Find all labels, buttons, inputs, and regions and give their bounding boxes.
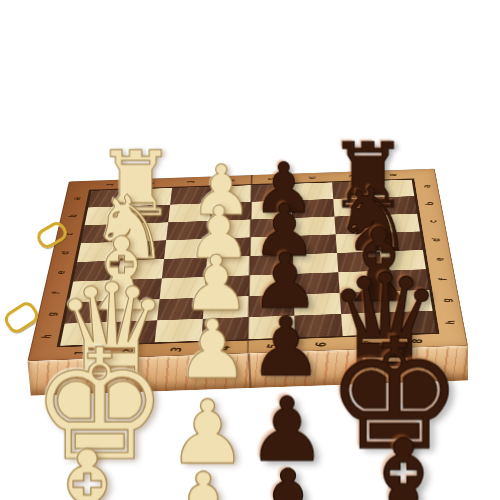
piece-white-pawn-f2: ♟ — [161, 460, 245, 500]
piece-black-pawn-f7: ♟ — [245, 458, 329, 500]
product-photo: 12345678 12345678 abcdefgh abcdefgh ♜♟♟♜… — [0, 0, 500, 500]
piece-black-pawn-d7: ♟ — [249, 306, 322, 388]
board-pieces: ♜♟♟♜♞♟♟♞♝♟♟♝♛♟♟♛♚♟♟♚♝♟♟♝♞♟♟♞♜♟♟♜ — [57, 178, 440, 347]
piece-black-bishop-f8: ♝ — [347, 423, 459, 500]
chess-board: 12345678 12345678 abcdefgh abcdefgh ♜♟♟♜… — [27, 169, 468, 361]
piece-white-pawn-d2: ♟ — [176, 308, 249, 390]
cell-f1: ♝ — [11, 484, 167, 500]
cell-f2: ♟ — [160, 481, 247, 500]
piece-white-bishop-f1: ♝ — [32, 434, 144, 500]
perspective-scene: 12345678 12345678 abcdefgh abcdefgh ♜♟♟♜… — [0, 0, 500, 500]
cell-f7: ♟ — [245, 478, 330, 500]
